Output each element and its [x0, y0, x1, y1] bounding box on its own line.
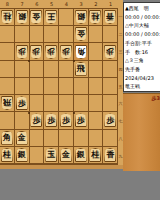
file-labels: 87654321	[0, 0, 118, 8]
square-3-3[interactable]: 角	[74, 43, 89, 60]
piece-歩-6-7[interactable]: 歩	[30, 113, 42, 127]
square-4-9[interactable]: 金	[59, 147, 74, 164]
square-7-2[interactable]	[15, 26, 30, 43]
square-8-7[interactable]	[0, 112, 15, 129]
piece-銀-3-1[interactable]: 銀	[75, 10, 87, 24]
piece-歩-3-7[interactable]: 歩	[75, 113, 87, 127]
square-1-1[interactable]: 香	[103, 9, 118, 26]
square-5-3[interactable]: 歩	[44, 43, 59, 60]
square-3-6[interactable]	[74, 95, 89, 112]
info-line-5: 手 数:16	[125, 48, 160, 57]
square-1-2[interactable]	[103, 26, 118, 43]
piece-銀-7-9[interactable]: 銀	[16, 148, 28, 162]
piece-歩-4-7[interactable]: 歩	[60, 113, 72, 127]
piece-金-4-9[interactable]: 金	[60, 148, 72, 162]
square-6-6[interactable]	[30, 95, 45, 112]
square-2-2[interactable]	[89, 26, 104, 43]
square-8-8[interactable]: 角	[0, 130, 15, 147]
info-line-9: 竜王戦	[125, 82, 160, 91]
file-label: 8	[0, 0, 15, 8]
square-7-9[interactable]: 銀	[15, 147, 30, 164]
shogi-app-window: 87654321 桂銀金王銀桂香金歩歩歩歩角歩飛飛歩歩歩歩歩歩角金桂銀玉金銀桂香…	[0, 0, 160, 200]
square-4-1[interactable]	[59, 9, 74, 26]
square-2-8[interactable]	[89, 130, 104, 147]
hoshi-dot	[73, 60, 75, 62]
square-4-7[interactable]: 歩	[59, 112, 74, 129]
hoshi-dot	[28, 60, 30, 62]
piece-歩-6-3[interactable]: 歩	[30, 45, 42, 59]
square-4-6[interactable]	[59, 95, 74, 112]
side-panel: ▲西尾 明00:00 / 00:00:00△中川大輔00:00 / 00:00:…	[123, 0, 160, 200]
square-7-7[interactable]	[15, 112, 30, 129]
square-1-7[interactable]: 歩	[103, 112, 118, 129]
hoshi-dot	[73, 112, 75, 114]
piece-玉-5-9[interactable]: 玉	[45, 148, 57, 162]
square-7-6[interactable]: 歩	[15, 95, 30, 112]
piece-銀-3-9[interactable]: 銀	[75, 148, 87, 162]
square-8-9[interactable]: 桂	[0, 147, 15, 164]
piece-歩-4-3[interactable]: 歩	[60, 45, 72, 59]
square-6-2[interactable]	[30, 26, 45, 43]
info-line-1: 00:00 / 00:00:00	[125, 13, 160, 22]
square-1-6[interactable]	[103, 95, 118, 112]
square-3-2[interactable]: 金	[74, 26, 89, 43]
square-5-4[interactable]	[44, 61, 59, 78]
square-1-5[interactable]	[103, 78, 118, 95]
square-8-3[interactable]	[0, 43, 15, 60]
piece-桂-2-9[interactable]: 桂	[89, 148, 101, 162]
square-8-1[interactable]: 桂	[0, 9, 15, 26]
square-8-5[interactable]	[0, 78, 15, 95]
piece-歩-7-6[interactable]: 歩	[16, 96, 28, 110]
piece-歩-5-7[interactable]: 歩	[45, 113, 57, 127]
piece-香-1-9[interactable]: 香	[104, 148, 116, 162]
piece-金-6-1[interactable]: 金	[30, 10, 42, 24]
game-info-box: ▲西尾 明00:00 / 00:00:00△中川大輔00:00 / 00:00:…	[123, 2, 160, 92]
file-label: 7	[15, 0, 30, 8]
info-line-6: △３三角	[125, 56, 160, 65]
square-2-4[interactable]	[89, 61, 104, 78]
square-6-7[interactable]: 歩	[30, 112, 45, 129]
square-5-1[interactable]: 王	[44, 9, 59, 26]
square-6-1[interactable]: 金	[30, 9, 45, 26]
square-7-8[interactable]: 金	[15, 130, 30, 147]
info-line-8: 2024/04/23	[125, 74, 160, 83]
file-label: 3	[74, 0, 89, 8]
square-8-2[interactable]	[0, 26, 15, 43]
piece-金-3-2[interactable]: 金	[75, 27, 87, 41]
square-5-7[interactable]: 歩	[44, 112, 59, 129]
square-1-3[interactable]: 歩	[103, 43, 118, 60]
square-3-7[interactable]: 歩	[74, 112, 89, 129]
shogi-board: 87654321 桂銀金王銀桂香金歩歩歩歩角歩飛飛歩歩歩歩歩歩角金桂銀玉金銀桂香…	[0, 0, 123, 169]
square-2-3[interactable]	[89, 43, 104, 60]
square-6-3[interactable]: 歩	[30, 43, 45, 60]
square-7-4[interactable]	[15, 61, 30, 78]
square-1-9[interactable]: 香	[103, 147, 118, 164]
file-label: 5	[44, 0, 59, 8]
square-6-4[interactable]	[30, 61, 45, 78]
piece-銀-7-1[interactable]: 銀	[16, 10, 28, 24]
piece-金-7-8[interactable]: 金	[16, 131, 28, 145]
square-3-5[interactable]	[74, 78, 89, 95]
square-5-8[interactable]	[44, 130, 59, 147]
square-4-2[interactable]	[59, 26, 74, 43]
piece-角-3-3[interactable]: 角	[75, 45, 87, 59]
square-2-7[interactable]	[89, 112, 104, 129]
piece-桂-8-1[interactable]: 桂	[1, 10, 13, 24]
piece-飛-8-6[interactable]: 飛	[1, 96, 13, 110]
square-2-5[interactable]	[89, 78, 104, 95]
square-4-5[interactable]	[59, 78, 74, 95]
piece-香-1-1[interactable]: 香	[104, 10, 116, 24]
info-line-2: △中川大輔	[125, 21, 160, 30]
square-8-4[interactable]	[0, 61, 15, 78]
square-7-3[interactable]: 歩	[15, 43, 30, 60]
board-grid: 桂銀金王銀桂香金歩歩歩歩角歩飛飛歩歩歩歩歩歩角金桂銀玉金銀桂香	[0, 8, 118, 165]
piece-王-5-1[interactable]: 王	[45, 10, 57, 24]
file-label: 2	[89, 0, 104, 8]
square-2-1[interactable]: 桂	[89, 9, 104, 26]
square-5-6[interactable]	[44, 95, 59, 112]
info-line-3: 00:00 / 00:00:00	[125, 30, 160, 39]
piece-桂-8-9[interactable]: 桂	[1, 148, 13, 162]
piece-桂-2-1[interactable]: 桂	[89, 10, 101, 24]
square-7-1[interactable]: 銀	[15, 9, 30, 26]
piece-歩-1-7[interactable]: 歩	[104, 113, 116, 127]
square-1-4[interactable]	[103, 61, 118, 78]
square-4-3[interactable]: 歩	[59, 43, 74, 60]
piece-歩-5-3[interactable]: 歩	[45, 45, 57, 59]
sente-komadai[interactable]: 歩3	[123, 93, 160, 171]
square-3-1[interactable]: 銀	[74, 9, 89, 26]
square-2-6[interactable]	[89, 95, 104, 112]
piece-歩-1-3[interactable]: 歩	[104, 45, 116, 59]
file-label: 1	[103, 0, 118, 8]
square-4-8[interactable]	[59, 130, 74, 147]
square-8-6[interactable]: 飛	[0, 95, 15, 112]
hand-pieces-label[interactable]: 歩3	[152, 95, 160, 101]
square-2-9[interactable]: 桂	[89, 147, 104, 164]
info-line-7: 先手番	[125, 65, 160, 74]
info-line-0: ▲西尾 明	[125, 4, 160, 13]
square-3-9[interactable]: 銀	[74, 147, 89, 164]
file-label: 4	[59, 0, 74, 8]
square-6-8[interactable]	[30, 130, 45, 147]
square-5-5[interactable]	[44, 78, 59, 95]
square-5-2[interactable]	[44, 26, 59, 43]
square-7-5[interactable]	[15, 78, 30, 95]
piece-歩-7-3[interactable]: 歩	[16, 45, 28, 59]
square-1-8[interactable]	[103, 130, 118, 147]
square-4-4[interactable]	[59, 61, 74, 78]
square-6-9[interactable]	[30, 147, 45, 164]
square-5-9[interactable]: 玉	[44, 147, 59, 164]
hoshi-dot	[28, 112, 30, 114]
piece-飛-3-4[interactable]: 飛	[75, 62, 87, 76]
board-frame-bottom	[0, 165, 123, 169]
square-3-8[interactable]	[74, 130, 89, 147]
file-label: 6	[30, 0, 45, 8]
piece-角-8-8[interactable]: 角	[1, 131, 13, 145]
square-3-4[interactable]: 飛	[74, 61, 89, 78]
info-line-4: 手合割:平手	[125, 39, 160, 48]
square-6-5[interactable]	[30, 78, 45, 95]
